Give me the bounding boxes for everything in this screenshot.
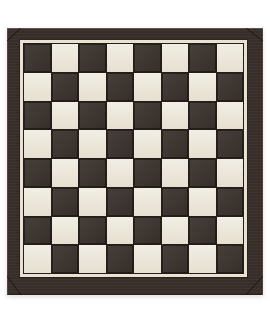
square-r2c5[interactable]	[162, 102, 189, 130]
square-r7c6[interactable]	[189, 245, 216, 273]
square-r6c6[interactable]	[189, 217, 216, 245]
square-r3c1[interactable]	[52, 130, 79, 158]
square-r1c5[interactable]	[162, 73, 189, 101]
square-r1c4[interactable]	[134, 73, 161, 101]
square-r0c7[interactable]	[217, 44, 244, 72]
frame-miter-bottom-left	[7, 276, 21, 295]
square-r0c2[interactable]	[79, 44, 106, 72]
square-r7c4[interactable]	[134, 245, 161, 273]
square-r4c0[interactable]	[24, 159, 51, 187]
square-r4c1[interactable]	[52, 159, 79, 187]
chessboard-frame	[7, 28, 263, 295]
square-r5c4[interactable]	[134, 188, 161, 216]
square-r4c4[interactable]	[134, 159, 161, 187]
square-r1c3[interactable]	[107, 73, 134, 101]
board-inlay	[20, 40, 247, 277]
square-r7c1[interactable]	[52, 245, 79, 273]
square-r2c6[interactable]	[189, 102, 216, 130]
square-r3c0[interactable]	[24, 130, 51, 158]
square-r2c4[interactable]	[134, 102, 161, 130]
square-r2c1[interactable]	[52, 102, 79, 130]
square-r2c0[interactable]	[24, 102, 51, 130]
board-grid	[23, 43, 244, 274]
square-r0c3[interactable]	[107, 44, 134, 72]
square-r5c1[interactable]	[52, 188, 79, 216]
square-r2c3[interactable]	[107, 102, 134, 130]
square-r4c6[interactable]	[189, 159, 216, 187]
square-r4c3[interactable]	[107, 159, 134, 187]
frame-miter-top-left	[7, 28, 21, 41]
square-r5c5[interactable]	[162, 188, 189, 216]
square-r0c5[interactable]	[162, 44, 189, 72]
square-r7c2[interactable]	[79, 245, 106, 273]
square-r4c7[interactable]	[217, 159, 244, 187]
square-r2c7[interactable]	[217, 102, 244, 130]
square-r6c2[interactable]	[79, 217, 106, 245]
square-r2c2[interactable]	[79, 102, 106, 130]
square-r3c7[interactable]	[217, 130, 244, 158]
square-r1c1[interactable]	[52, 73, 79, 101]
square-r6c1[interactable]	[52, 217, 79, 245]
square-r7c7[interactable]	[217, 245, 244, 273]
frame-miter-top-right	[246, 28, 263, 41]
square-r4c5[interactable]	[162, 159, 189, 187]
square-r1c7[interactable]	[217, 73, 244, 101]
square-r7c5[interactable]	[162, 245, 189, 273]
square-r6c0[interactable]	[24, 217, 51, 245]
square-r5c7[interactable]	[217, 188, 244, 216]
square-r6c4[interactable]	[134, 217, 161, 245]
square-r6c3[interactable]	[107, 217, 134, 245]
photo-background	[0, 0, 270, 320]
square-r3c5[interactable]	[162, 130, 189, 158]
square-r6c5[interactable]	[162, 217, 189, 245]
square-r3c4[interactable]	[134, 130, 161, 158]
frame-miter-bottom-right	[246, 276, 263, 295]
square-r1c2[interactable]	[79, 73, 106, 101]
square-r3c3[interactable]	[107, 130, 134, 158]
square-r7c0[interactable]	[24, 245, 51, 273]
square-r3c6[interactable]	[189, 130, 216, 158]
square-r0c0[interactable]	[24, 44, 51, 72]
square-r0c6[interactable]	[189, 44, 216, 72]
square-r5c2[interactable]	[79, 188, 106, 216]
square-r4c2[interactable]	[79, 159, 106, 187]
square-r5c0[interactable]	[24, 188, 51, 216]
square-r5c3[interactable]	[107, 188, 134, 216]
square-r1c6[interactable]	[189, 73, 216, 101]
square-r5c6[interactable]	[189, 188, 216, 216]
square-r1c0[interactable]	[24, 73, 51, 101]
square-r3c2[interactable]	[79, 130, 106, 158]
square-r0c1[interactable]	[52, 44, 79, 72]
square-r6c7[interactable]	[217, 217, 244, 245]
square-r0c4[interactable]	[134, 44, 161, 72]
square-r7c3[interactable]	[107, 245, 134, 273]
